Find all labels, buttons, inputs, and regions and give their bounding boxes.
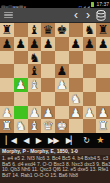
square-a2[interactable]: ♟ xyxy=(0,106,14,120)
square-e8[interactable]: ♚ xyxy=(55,23,69,37)
white-pawn: ♟ xyxy=(83,106,97,120)
square-c6[interactable]: ♞ xyxy=(28,51,42,65)
square-a3[interactable] xyxy=(0,92,14,106)
square-b8[interactable] xyxy=(14,23,28,37)
square-h3[interactable] xyxy=(96,92,110,106)
square-e6[interactable] xyxy=(55,51,69,65)
square-d7[interactable]: ♟ xyxy=(41,37,55,51)
black-knight: ♞ xyxy=(28,51,42,65)
white-pawn: ♟ xyxy=(55,78,69,92)
phone-screen: ▨ᵠ▤◙◙▦▾ ◘◢◢ 17:37 ‹ › ♜♝♛♚♞♜♟♟♟♟♟♟♟♞♝♟♟♝… xyxy=(0,0,110,183)
black-rook: ♜ xyxy=(0,23,14,37)
square-d4[interactable] xyxy=(41,78,55,92)
black-pawn: ♟ xyxy=(0,37,14,51)
white-rook: ♜ xyxy=(96,119,110,133)
square-h5[interactable] xyxy=(96,64,110,78)
chess-board[interactable]: ♜♝♛♚♞♜♟♟♟♟♟♟♟♞♝♟♟♝♟♞♟♟♟♟♟♟♜♞♝♛♚♜ xyxy=(0,23,110,133)
square-f1[interactable] xyxy=(69,119,83,133)
square-b4[interactable]: ♟ xyxy=(14,78,28,92)
square-f3[interactable]: ♞ xyxy=(69,92,83,106)
white-king: ♚ xyxy=(55,119,69,133)
square-h1[interactable]: ♜ xyxy=(96,119,110,133)
white-pawn: ♟ xyxy=(41,106,55,120)
black-bishop: ♝ xyxy=(28,64,42,78)
prev-move-button[interactable]: ◀ xyxy=(23,133,28,148)
square-c5[interactable]: ♝ xyxy=(28,64,42,78)
square-a1[interactable]: ♜ xyxy=(0,119,14,133)
square-g7[interactable]: ♟ xyxy=(83,37,97,51)
square-d8[interactable]: ♛ xyxy=(41,23,55,37)
square-d5[interactable] xyxy=(41,64,55,78)
square-a6[interactable] xyxy=(0,51,14,65)
square-a7[interactable]: ♟ xyxy=(0,37,14,51)
black-rook: ♜ xyxy=(96,23,110,37)
square-c3[interactable] xyxy=(28,92,42,106)
android-status-bar: ▨ᵠ▤◙◙▦▾ ◘◢◢ 17:37 xyxy=(0,0,110,8)
game-header: Morphy, P - Morphy, E, 1850, 1-0 xyxy=(0,148,110,155)
square-f8[interactable] xyxy=(69,23,83,37)
square-c1[interactable]: ♝ xyxy=(28,119,42,133)
black-pawn: ♟ xyxy=(41,37,55,51)
square-h7[interactable]: ♟ xyxy=(96,37,110,51)
square-h2[interactable]: ♟ xyxy=(96,106,110,120)
square-e1[interactable]: ♚ xyxy=(55,119,69,133)
square-f5[interactable] xyxy=(69,64,83,78)
playback-bar: ▏◀◀▶▶▶▶▏↻★ xyxy=(0,133,110,148)
black-pawn: ♟ xyxy=(96,37,110,51)
white-pawn: ♟ xyxy=(0,106,14,120)
white-knight: ♞ xyxy=(14,119,28,133)
white-bishop: ♝ xyxy=(28,78,42,92)
black-pawn: ♟ xyxy=(69,37,83,51)
battery-icon xyxy=(91,2,94,7)
next-game-button[interactable]: › xyxy=(82,9,94,22)
square-e5[interactable]: ♟ xyxy=(55,64,69,78)
menu-icon[interactable] xyxy=(4,12,13,19)
square-f7[interactable]: ♟ xyxy=(69,37,83,51)
square-g8[interactable]: ♞ xyxy=(83,23,97,37)
app-toolbar: ‹ › xyxy=(0,8,110,23)
square-g1[interactable] xyxy=(83,119,97,133)
square-e2[interactable] xyxy=(55,106,69,120)
black-pawn: ♟ xyxy=(83,37,97,51)
square-f4[interactable] xyxy=(69,78,83,92)
square-f6[interactable] xyxy=(69,51,83,65)
square-b3[interactable] xyxy=(14,92,28,106)
white-pawn: ♟ xyxy=(69,106,83,120)
square-f2[interactable]: ♟ xyxy=(69,106,83,120)
square-b5[interactable] xyxy=(14,64,28,78)
square-g3[interactable] xyxy=(83,92,97,106)
black-bishop: ♝ xyxy=(28,23,42,37)
square-a4[interactable] xyxy=(0,78,14,92)
white-rook: ♜ xyxy=(0,119,14,133)
square-h4[interactable] xyxy=(96,78,110,92)
black-knight: ♞ xyxy=(83,23,97,37)
square-g6[interactable] xyxy=(83,51,97,65)
square-g4[interactable] xyxy=(83,78,97,92)
square-g5[interactable] xyxy=(83,64,97,78)
move-list[interactable]: 1. e4 e5 2. Nf3 Nc6 3. Bc4 Bc5 4. b4 Bxb… xyxy=(0,155,110,183)
square-g2[interactable]: ♟ xyxy=(83,106,97,120)
square-e3[interactable] xyxy=(55,92,69,106)
square-b7[interactable]: ♟ xyxy=(14,37,28,51)
last-move-button[interactable]: ▶▏ xyxy=(66,133,76,148)
white-pawn: ♟ xyxy=(28,106,42,120)
square-a5[interactable] xyxy=(0,64,14,78)
square-e4[interactable]: ♟ xyxy=(55,78,69,92)
square-a8[interactable]: ♜ xyxy=(0,23,14,37)
square-h8[interactable]: ♜ xyxy=(96,23,110,37)
white-queen: ♛ xyxy=(41,119,55,133)
favorite-button[interactable]: ★ xyxy=(96,133,104,148)
first-move-button[interactable]: ▏◀ xyxy=(6,133,16,148)
play-button[interactable]: ▶ xyxy=(36,133,41,148)
black-pawn: ♟ xyxy=(14,37,28,51)
square-d2[interactable]: ♟ xyxy=(41,106,55,120)
prev-game-button[interactable]: ‹ xyxy=(70,9,82,22)
square-e7[interactable] xyxy=(55,37,69,51)
square-c2[interactable]: ♟ xyxy=(28,106,42,120)
square-b1[interactable]: ♞ xyxy=(14,119,28,133)
move-line-4[interactable]: Bd7 14. Rab1 O-O-O 15. Ba6 Nb8 xyxy=(2,173,108,179)
square-b6[interactable] xyxy=(14,51,28,65)
square-b2[interactable] xyxy=(14,106,28,120)
white-pawn: ♟ xyxy=(14,78,28,92)
square-c7[interactable]: ♟ xyxy=(28,37,42,51)
white-pawn: ♟ xyxy=(96,106,110,120)
black-king: ♚ xyxy=(55,23,69,37)
fast-forward-button[interactable]: ▶▶ xyxy=(48,133,58,148)
flip-board-button[interactable]: ↻ xyxy=(83,133,89,148)
white-knight: ♞ xyxy=(69,92,83,106)
square-d6[interactable] xyxy=(41,51,55,65)
square-c4[interactable]: ♝ xyxy=(28,78,42,92)
black-pawn: ♟ xyxy=(28,37,42,51)
status-clock: 17:37 xyxy=(96,0,109,8)
square-d1[interactable]: ♛ xyxy=(41,119,55,133)
square-h6[interactable] xyxy=(96,51,110,65)
black-queen: ♛ xyxy=(41,23,55,37)
black-pawn: ♟ xyxy=(55,64,69,78)
database-icon[interactable] xyxy=(96,10,106,21)
square-d3[interactable] xyxy=(41,92,55,106)
white-bishop: ♝ xyxy=(28,119,42,133)
square-c8[interactable]: ♝ xyxy=(28,23,42,37)
